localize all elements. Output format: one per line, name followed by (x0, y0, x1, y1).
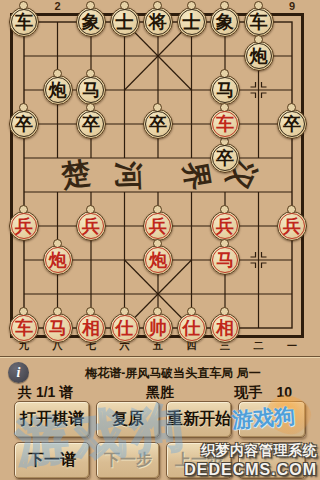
next-step-button[interactable]: 下一步 (96, 442, 160, 479)
piece-red-仕[interactable]: 仕 (177, 313, 207, 343)
piece-black-卒[interactable]: 卒 (143, 109, 173, 139)
restart-button[interactable]: 重新开始 (166, 401, 232, 438)
rank-label: 二 (251, 339, 267, 353)
piece-glyph: 卒 (211, 144, 239, 172)
piece-glyph: 马 (211, 76, 239, 104)
piece-red-马[interactable]: 马 (43, 313, 73, 343)
piece-glyph: 兵 (77, 212, 105, 240)
piece-glyph: 马 (44, 314, 72, 342)
button-row-2: 下一谱下一步上一步 (14, 442, 306, 479)
piece-glyph: 相 (77, 314, 105, 342)
file-label: 9 (284, 0, 300, 12)
piece-black-士[interactable]: 士 (177, 7, 207, 37)
piece-red-兵[interactable]: 兵 (210, 211, 240, 241)
restore-button[interactable]: 复原 (96, 401, 160, 438)
piece-glyph: 兵 (278, 212, 306, 240)
manual-title: 梅花谱-屏风马破当头直车局 局一 (34, 365, 312, 382)
piece-glyph: 车 (245, 8, 273, 36)
piece-glyph: 卒 (77, 110, 105, 138)
obscured-button-bottom[interactable] (238, 442, 306, 479)
piece-red-车[interactable]: 车 (9, 313, 39, 343)
open-manual-button[interactable]: 打开棋谱 (14, 401, 90, 438)
piece-red-仕[interactable]: 仕 (110, 313, 140, 343)
piece-glyph: 士 (178, 8, 206, 36)
prev-step-button[interactable]: 上一步 (166, 442, 232, 479)
piece-glyph: 兵 (10, 212, 38, 240)
piece-glyph: 仕 (111, 314, 139, 342)
piece-glyph: 象 (77, 8, 105, 36)
piece-glyph: 卒 (144, 110, 172, 138)
piece-black-士[interactable]: 士 (110, 7, 140, 37)
piece-glyph: 车 (211, 110, 239, 138)
piece-red-相[interactable]: 相 (210, 313, 240, 343)
piece-red-马[interactable]: 马 (210, 245, 240, 275)
piece-glyph: 马 (211, 246, 239, 274)
piece-glyph: 卒 (278, 110, 306, 138)
piece-black-卒[interactable]: 卒 (76, 109, 106, 139)
piece-glyph: 帅 (144, 314, 172, 342)
current-move: 现手10 (234, 384, 292, 402)
file-label: 2 (50, 0, 66, 12)
piece-glyph: 车 (10, 314, 38, 342)
piece-black-卒[interactable]: 卒 (9, 109, 39, 139)
piece-black-卒[interactable]: 卒 (210, 143, 240, 173)
piece-black-象[interactable]: 象 (210, 7, 240, 37)
button-row-1: 打开棋谱复原重新开始 (14, 401, 306, 438)
xiangqi-board[interactable]: 123456789 九八七六五四三二一 楚河界汉 车象士将士象车炮炮马马卒卒卒卒… (0, 0, 320, 356)
piece-black-炮[interactable]: 炮 (43, 75, 73, 105)
piece-glyph: 兵 (211, 212, 239, 240)
piece-black-卒[interactable]: 卒 (277, 109, 307, 139)
piece-glyph: 卒 (10, 110, 38, 138)
info-panel: i 梅花谱-屏风马破当头直车局 局一 共 1/1 谱 黑胜 现手10 打开棋谱复… (0, 356, 320, 480)
piece-black-车[interactable]: 车 (244, 7, 274, 37)
piece-glyph: 炮 (44, 76, 72, 104)
piece-glyph: 炮 (44, 246, 72, 274)
piece-black-马[interactable]: 马 (210, 75, 240, 105)
piece-glyph: 将 (144, 8, 172, 36)
piece-red-兵[interactable]: 兵 (9, 211, 39, 241)
obscured-button-top[interactable] (238, 401, 306, 438)
piece-red-炮[interactable]: 炮 (143, 245, 173, 275)
next-manual-button[interactable]: 下一谱 (14, 442, 90, 479)
piece-glyph: 马 (77, 76, 105, 104)
piece-black-车[interactable]: 车 (9, 7, 39, 37)
piece-black-象[interactable]: 象 (76, 7, 106, 37)
piece-red-车[interactable]: 车 (210, 109, 240, 139)
river-char: 楚 (59, 153, 93, 197)
piece-glyph: 兵 (144, 212, 172, 240)
rank-label: 一 (284, 339, 300, 353)
info-icon[interactable]: i (8, 362, 29, 383)
river-char: 河 (108, 161, 149, 191)
piece-glyph: 象 (211, 8, 239, 36)
piece-red-兵[interactable]: 兵 (143, 211, 173, 241)
piece-red-炮[interactable]: 炮 (43, 245, 73, 275)
piece-black-炮[interactable]: 炮 (244, 41, 274, 71)
piece-glyph: 车 (10, 8, 38, 36)
piece-red-帅[interactable]: 帅 (143, 313, 173, 343)
piece-black-将[interactable]: 将 (143, 7, 173, 37)
piece-glyph: 仕 (178, 314, 206, 342)
xiangqi-app: 123456789 九八七六五四三二一 楚河界汉 车象士将士象车炮炮马马卒卒卒卒… (0, 0, 320, 480)
status-row: 共 1/1 谱 黑胜 现手10 (0, 384, 320, 402)
piece-glyph: 相 (211, 314, 239, 342)
piece-black-马[interactable]: 马 (76, 75, 106, 105)
piece-glyph: 炮 (245, 42, 273, 70)
piece-glyph: 士 (111, 8, 139, 36)
piece-red-兵[interactable]: 兵 (277, 211, 307, 241)
piece-red-兵[interactable]: 兵 (76, 211, 106, 241)
piece-red-相[interactable]: 相 (76, 313, 106, 343)
piece-glyph: 炮 (144, 246, 172, 274)
